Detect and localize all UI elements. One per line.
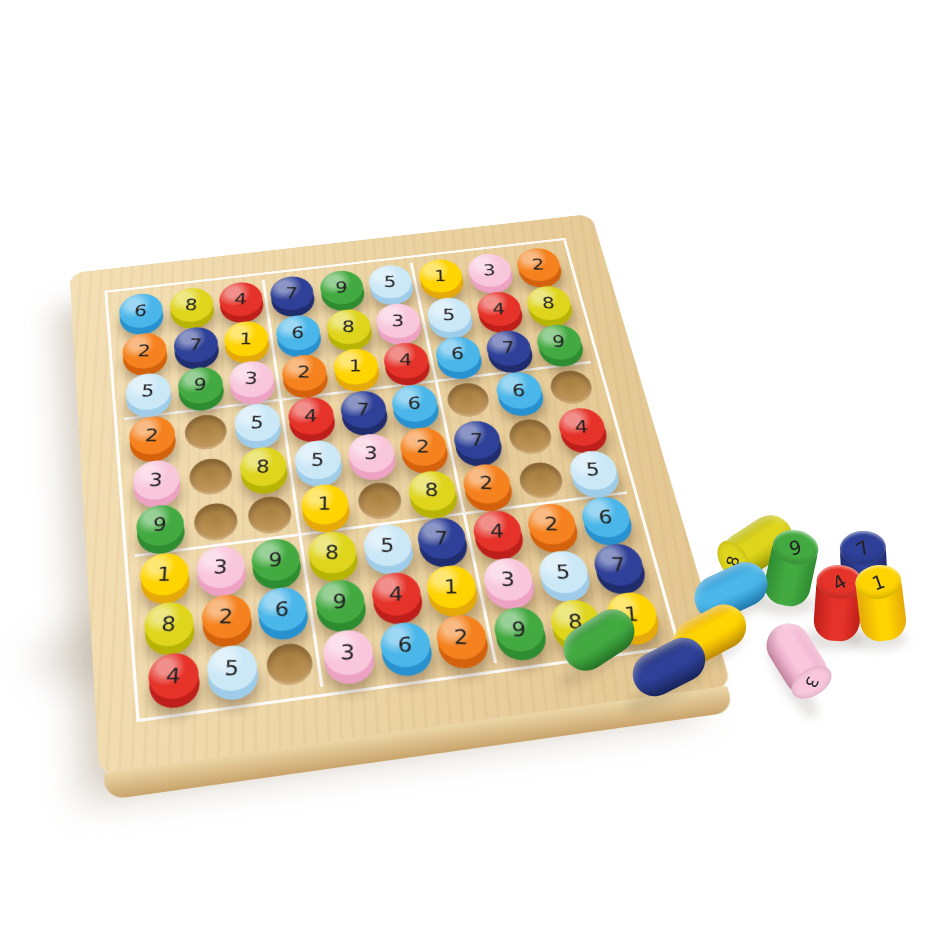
- cell-r2c3[interactable]: 1: [220, 319, 277, 366]
- cell-r8c5[interactable]: 4: [365, 569, 430, 626]
- peg-5[interactable]: 5: [535, 548, 592, 596]
- peg-number: 2: [145, 427, 160, 444]
- peg-1[interactable]: 1: [416, 257, 465, 294]
- peg-6[interactable]: 6: [274, 313, 323, 352]
- cell-r2c7[interactable]: 5: [421, 295, 480, 341]
- peg-number: 4: [490, 522, 505, 541]
- cell-r7c9[interactable]: 6: [574, 494, 641, 548]
- peg-6[interactable]: 6: [389, 383, 441, 425]
- cell-r2c5[interactable]: 8: [321, 307, 379, 353]
- peg-number: 2: [480, 474, 494, 492]
- peg-8[interactable]: 8: [168, 286, 215, 324]
- peg-number: 4: [574, 418, 589, 435]
- cell-r3c1[interactable]: 5: [121, 371, 177, 420]
- peg-number: 1: [157, 565, 173, 584]
- cell-r3c4[interactable]: 2: [276, 353, 334, 401]
- cell-r3c7[interactable]: 6: [429, 335, 489, 382]
- cell-r8c6[interactable]: 1: [420, 562, 486, 619]
- peg-3[interactable]: 3: [480, 555, 537, 603]
- peg-9[interactable]: 9: [490, 605, 548, 655]
- peg-4[interactable]: 4: [147, 650, 201, 702]
- cell-r9c4[interactable]: 3: [316, 627, 382, 687]
- peg-4[interactable]: 4: [286, 395, 336, 437]
- peg-number: 5: [556, 562, 571, 581]
- cell-r2c6[interactable]: 3: [371, 301, 429, 347]
- peg-number: 9: [787, 537, 804, 558]
- peg-number: 9: [552, 334, 566, 350]
- cell-r6c2[interactable]: [186, 496, 246, 550]
- peg-2[interactable]: 2: [432, 612, 489, 662]
- peg-number: 2: [298, 364, 311, 380]
- cell-r8c4[interactable]: 9: [309, 577, 373, 635]
- cell-r2c9[interactable]: 8: [520, 284, 580, 329]
- cell-r3c6[interactable]: 4: [378, 341, 437, 388]
- cell-r5c3[interactable]: 8: [235, 444, 295, 496]
- peg-number: 9: [152, 516, 167, 535]
- cell-r7c3[interactable]: 9: [246, 536, 308, 592]
- cell-r1c9[interactable]: 2: [510, 246, 569, 290]
- empty-hole: [183, 413, 228, 452]
- peg-number: 5: [224, 658, 240, 679]
- cell-r3c2[interactable]: 9: [173, 365, 230, 413]
- peg-number: 9: [268, 550, 283, 569]
- peg-number: 6: [451, 346, 464, 362]
- peg-4[interactable]: 4: [474, 290, 525, 329]
- peg-number: 7: [285, 286, 298, 301]
- cell-r3c3[interactable]: 3: [224, 359, 282, 407]
- peg-2[interactable]: 2: [121, 331, 168, 371]
- loose-peg-1[interactable]: 1: [853, 562, 908, 645]
- cell-r6c9[interactable]: 5: [562, 449, 627, 501]
- peg-number: 5: [443, 307, 456, 323]
- peg-1[interactable]: 1: [331, 346, 381, 386]
- cell-r7c1[interactable]: 1: [135, 550, 196, 606]
- empty-hole: [264, 641, 315, 688]
- peg-number: 4: [166, 666, 182, 687]
- peg-2[interactable]: 2: [524, 501, 580, 547]
- peg-3[interactable]: 3: [320, 627, 376, 678]
- peg-number: 4: [389, 584, 403, 604]
- peg-number: 6: [398, 635, 413, 655]
- cell-r6c5[interactable]: [349, 475, 411, 528]
- peg-9[interactable]: 9: [135, 502, 186, 548]
- cell-r1c6[interactable]: 5: [363, 263, 420, 307]
- cell-r8c3[interactable]: 6: [252, 584, 316, 642]
- cell-r1c7[interactable]: 1: [413, 257, 471, 301]
- peg-8[interactable]: 8: [306, 529, 360, 576]
- peg-number: 4: [304, 407, 318, 424]
- cell-r5c6[interactable]: 2: [394, 425, 456, 476]
- peg-number: 9: [512, 619, 527, 639]
- empty-hole: [444, 381, 492, 419]
- peg-number: 2: [416, 438, 430, 455]
- peg-6[interactable]: 6: [578, 494, 635, 540]
- empty-hole: [516, 460, 566, 501]
- peg-3[interactable]: 3: [373, 302, 423, 341]
- peg-number: 8: [542, 295, 556, 310]
- peg-number: 8: [161, 614, 177, 634]
- peg-8[interactable]: 8: [405, 468, 459, 513]
- peg-1[interactable]: 1: [139, 550, 191, 598]
- peg-number: 3: [501, 570, 516, 589]
- peg-3[interactable]: 3: [345, 432, 397, 476]
- peg-number: 9: [335, 280, 348, 295]
- peg-number: 2: [219, 607, 234, 627]
- cell-r8c1[interactable]: 8: [139, 599, 201, 658]
- peg-1[interactable]: 1: [423, 563, 479, 611]
- peg-number: 2: [137, 343, 151, 359]
- peg-5[interactable]: 5: [124, 371, 172, 412]
- sudoku-board: 6847951322716835485932146792547663853274…: [69, 214, 731, 776]
- peg-3[interactable]: 3: [465, 252, 515, 289]
- peg-9[interactable]: 9: [318, 269, 366, 307]
- peg-3[interactable]: 3: [195, 543, 247, 591]
- peg-7[interactable]: 7: [483, 328, 535, 368]
- peg-number: 3: [244, 371, 258, 387]
- peg-number: 8: [185, 297, 199, 312]
- peg-number: 6: [291, 325, 304, 341]
- peg-8[interactable]: 8: [143, 599, 196, 649]
- peg-2[interactable]: 2: [460, 461, 514, 506]
- cell-r5c5[interactable]: 3: [341, 431, 402, 482]
- peg-number: 8: [325, 543, 339, 562]
- cell-r4c6[interactable]: 6: [386, 382, 447, 431]
- peg-number: 3: [149, 471, 164, 489]
- peg-9[interactable]: 9: [533, 322, 585, 362]
- peg-3[interactable]: 3: [131, 458, 181, 502]
- cell-r6c6[interactable]: 8: [403, 469, 466, 522]
- peg-number: 1: [239, 331, 253, 347]
- cell-r5c4[interactable]: 5: [288, 438, 349, 489]
- peg-number: 6: [512, 382, 526, 399]
- peg-number: 8: [342, 319, 355, 335]
- cell-r4c3[interactable]: 5: [230, 401, 289, 451]
- cell-r5c1[interactable]: 3: [127, 457, 186, 509]
- peg-6[interactable]: 6: [493, 370, 546, 411]
- peg-number: 4: [234, 291, 247, 306]
- cell-r7c5[interactable]: 5: [357, 522, 421, 577]
- peg-number: 3: [483, 263, 496, 278]
- cell-r7c2[interactable]: 3: [191, 543, 253, 599]
- peg-2[interactable]: 2: [280, 352, 330, 393]
- peg-number: 7: [357, 401, 370, 418]
- cell-r2c4[interactable]: 6: [270, 313, 327, 359]
- peg-number: 6: [274, 599, 289, 619]
- peg-4[interactable]: 4: [369, 570, 424, 619]
- peg-7[interactable]: 7: [451, 419, 504, 462]
- peg-6[interactable]: 6: [255, 585, 309, 634]
- peg-number: 5: [141, 383, 156, 400]
- peg-5[interactable]: 5: [424, 296, 474, 335]
- peg-1[interactable]: 1: [222, 319, 270, 359]
- peg-number: 3: [391, 313, 404, 329]
- peg-number: 3: [802, 674, 821, 690]
- peg-6[interactable]: 6: [433, 334, 484, 374]
- cell-r5c9[interactable]: 4: [551, 405, 615, 455]
- peg-number: 9: [193, 377, 207, 394]
- cell-r3c5[interactable]: 1: [327, 347, 386, 395]
- peg-number: 4: [399, 352, 412, 368]
- peg-8[interactable]: 8: [324, 307, 373, 346]
- peg-number: 3: [341, 642, 356, 662]
- peg-number: 6: [407, 395, 420, 412]
- peg-number: 8: [256, 458, 270, 476]
- cell-r1c5[interactable]: 9: [314, 268, 371, 313]
- peg-number: 7: [470, 431, 484, 448]
- peg-number: 9: [333, 592, 347, 612]
- peg-number: 7: [502, 340, 516, 356]
- empty-hole: [192, 501, 239, 543]
- empty-hole: [506, 417, 555, 456]
- peg-8[interactable]: 8: [523, 284, 574, 322]
- cell-r2c2[interactable]: 7: [169, 325, 225, 372]
- peg-2[interactable]: 2: [128, 414, 177, 457]
- cell-r8c2[interactable]: 2: [196, 591, 259, 649]
- cell-r9c5[interactable]: 6: [373, 619, 440, 679]
- peg-number: 5: [250, 414, 264, 431]
- peg-9[interactable]: 9: [249, 536, 302, 583]
- peg-5[interactable]: 5: [361, 522, 415, 569]
- peg-number: 7: [611, 555, 627, 574]
- peg-9[interactable]: 9: [176, 364, 224, 405]
- peg-2[interactable]: 2: [514, 246, 564, 283]
- cell-r1c3[interactable]: 4: [215, 280, 270, 325]
- cell-r7c4[interactable]: 8: [302, 529, 365, 584]
- peg-7[interactable]: 7: [268, 274, 316, 312]
- cell-r4c9[interactable]: [540, 363, 602, 411]
- peg-number: 1: [318, 495, 332, 513]
- cell-r1c2[interactable]: 8: [165, 285, 220, 330]
- cell-r4c5[interactable]: 7: [334, 388, 394, 437]
- peg-number: 4: [830, 571, 850, 594]
- cell-r4c1[interactable]: 2: [124, 414, 181, 464]
- peg-number: 1: [444, 577, 459, 596]
- peg-7[interactable]: 7: [172, 325, 220, 365]
- peg-4[interactable]: 4: [380, 340, 431, 380]
- cell-r1c4[interactable]: 7: [265, 274, 321, 319]
- peg-number: 4: [492, 301, 505, 316]
- peg-number: 5: [384, 274, 397, 289]
- peg-5[interactable]: 5: [232, 401, 282, 443]
- peg-5[interactable]: 5: [205, 643, 260, 694]
- cell-r2c1[interactable]: 2: [117, 331, 172, 378]
- scene: 6847951322716835485932146792547663853274…: [0, 0, 950, 950]
- cell-r8c9[interactable]: 7: [586, 541, 654, 597]
- cell-r6c1[interactable]: 9: [131, 503, 191, 557]
- peg-number: 1: [434, 268, 447, 283]
- peg-3[interactable]: 3: [227, 358, 276, 399]
- peg-1[interactable]: 1: [299, 481, 352, 526]
- peg-6[interactable]: 6: [377, 620, 434, 671]
- cell-r1c1[interactable]: 6: [114, 291, 168, 336]
- peg-5[interactable]: 5: [366, 263, 415, 301]
- peg-6[interactable]: 6: [118, 292, 164, 331]
- peg-4[interactable]: 4: [555, 406, 609, 449]
- peg-number: 3: [365, 444, 378, 461]
- peg-7[interactable]: 7: [590, 541, 648, 589]
- peg-number: 5: [381, 536, 395, 555]
- empty-hole: [246, 494, 293, 536]
- cell-r7c6[interactable]: 7: [411, 515, 475, 570]
- peg-number: 3: [213, 557, 228, 576]
- peg-number: 5: [311, 451, 325, 469]
- cell-r3c9[interactable]: 9: [530, 323, 591, 370]
- peg-number: 7: [434, 529, 448, 548]
- cell-r9c3[interactable]: [258, 634, 323, 694]
- cell-r9c1[interactable]: 4: [143, 650, 206, 711]
- empty-hole: [188, 456, 234, 496]
- peg-number: 1: [349, 358, 362, 374]
- cell-r5c2[interactable]: [181, 451, 240, 503]
- peg-4[interactable]: 4: [217, 280, 264, 318]
- peg-number: 7: [189, 337, 203, 353]
- peg-7[interactable]: 7: [338, 389, 389, 431]
- peg-2[interactable]: 2: [397, 425, 450, 468]
- peg-5[interactable]: 5: [292, 438, 344, 482]
- peg-9[interactable]: 9: [313, 577, 368, 626]
- peg-5[interactable]: 5: [566, 448, 621, 492]
- peg-number: 2: [532, 257, 545, 272]
- cell-r6c3[interactable]: [241, 489, 302, 543]
- cell-r9c6[interactable]: 2: [430, 612, 497, 671]
- peg-2[interactable]: 2: [200, 592, 254, 641]
- peg-8[interactable]: 8: [237, 445, 288, 489]
- empty-hole: [547, 369, 596, 407]
- cell-r4c2[interactable]: [177, 407, 235, 457]
- peg-number: 6: [134, 303, 148, 319]
- board-wood-frame: 6847951322716835485932146792547663853274…: [69, 214, 731, 776]
- empty-hole: [356, 480, 405, 521]
- cell-r4c4[interactable]: 4: [282, 394, 341, 444]
- peg-number: 2: [544, 515, 559, 533]
- peg-4[interactable]: 4: [470, 508, 525, 554]
- peg-number: 2: [453, 627, 468, 647]
- peg-number: 8: [425, 481, 439, 499]
- peg-number: 1: [869, 571, 887, 593]
- peg-7[interactable]: 7: [414, 515, 469, 562]
- peg-number: 5: [586, 461, 601, 479]
- peg-number: 7: [853, 537, 873, 560]
- peg-number: 6: [598, 508, 613, 526]
- cell-r9c2[interactable]: 5: [201, 642, 265, 703]
- cell-r6c4[interactable]: 1: [295, 482, 357, 535]
